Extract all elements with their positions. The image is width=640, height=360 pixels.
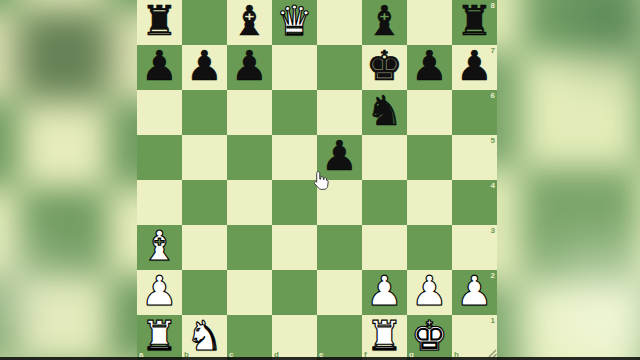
square-d4[interactable] bbox=[272, 180, 317, 225]
square-f3[interactable] bbox=[362, 225, 407, 270]
piece-black-pawn[interactable]: ♟ bbox=[321, 136, 358, 177]
piece-white-pawn[interactable]: ♟ bbox=[456, 271, 493, 312]
square-b2[interactable] bbox=[182, 270, 227, 315]
piece-black-pawn[interactable]: ♟ bbox=[231, 46, 268, 87]
square-h3[interactable]: 3 bbox=[452, 225, 497, 270]
piece-black-knight[interactable]: ♞ bbox=[366, 91, 403, 132]
piece-black-rook[interactable]: ♜ bbox=[456, 1, 493, 42]
piece-black-pawn[interactable]: ♟ bbox=[141, 46, 178, 87]
square-g7[interactable]: ♟ bbox=[407, 45, 452, 90]
square-a2[interactable]: ♟ bbox=[137, 270, 182, 315]
rank-label-5: 5 bbox=[491, 137, 495, 145]
square-b7[interactable]: ♟ bbox=[182, 45, 227, 90]
square-e2[interactable] bbox=[317, 270, 362, 315]
square-b6[interactable] bbox=[182, 90, 227, 135]
square-f2[interactable]: ♟ bbox=[362, 270, 407, 315]
square-e3[interactable] bbox=[317, 225, 362, 270]
square-h8[interactable]: 8♜ bbox=[452, 0, 497, 45]
piece-black-king[interactable]: ♚ bbox=[366, 46, 403, 87]
square-f1[interactable]: f♜ bbox=[362, 315, 407, 360]
piece-white-rook[interactable]: ♜ bbox=[366, 316, 403, 357]
square-c6[interactable] bbox=[227, 90, 272, 135]
square-d3[interactable] bbox=[272, 225, 317, 270]
square-a4[interactable] bbox=[137, 180, 182, 225]
rank-label-6: 6 bbox=[491, 92, 495, 100]
square-a3[interactable]: ♝ bbox=[137, 225, 182, 270]
square-a7[interactable]: ♟ bbox=[137, 45, 182, 90]
square-g3[interactable] bbox=[407, 225, 452, 270]
piece-black-rook[interactable]: ♜ bbox=[141, 1, 178, 42]
square-g2[interactable]: ♟ bbox=[407, 270, 452, 315]
square-h4[interactable]: 4 bbox=[452, 180, 497, 225]
square-f5[interactable] bbox=[362, 135, 407, 180]
piece-black-bishop[interactable]: ♝ bbox=[366, 1, 403, 42]
square-e7[interactable] bbox=[317, 45, 362, 90]
piece-white-pawn[interactable]: ♟ bbox=[366, 271, 403, 312]
square-d5[interactable] bbox=[272, 135, 317, 180]
square-g8[interactable] bbox=[407, 0, 452, 45]
square-b1[interactable]: b♞ bbox=[182, 315, 227, 360]
square-h2[interactable]: 2♟ bbox=[452, 270, 497, 315]
square-c7[interactable]: ♟ bbox=[227, 45, 272, 90]
square-g1[interactable]: g♚ bbox=[407, 315, 452, 360]
square-d2[interactable] bbox=[272, 270, 317, 315]
piece-white-rook[interactable]: ♜ bbox=[141, 316, 178, 357]
square-h5[interactable]: 5 bbox=[452, 135, 497, 180]
square-b8[interactable] bbox=[182, 0, 227, 45]
square-c8[interactable]: ♝ bbox=[227, 0, 272, 45]
square-d8[interactable]: ♛ bbox=[272, 0, 317, 45]
square-g4[interactable] bbox=[407, 180, 452, 225]
chess-board: ♜♝♛♝8♜♟♟♟♚♟7♟♞6♟54♝3♟♟♟2♟a♜b♞cdef♜g♚1h bbox=[137, 0, 497, 360]
square-h7[interactable]: 7♟ bbox=[452, 45, 497, 90]
square-a6[interactable] bbox=[137, 90, 182, 135]
square-a1[interactable]: a♜ bbox=[137, 315, 182, 360]
square-c4[interactable] bbox=[227, 180, 272, 225]
square-b5[interactable] bbox=[182, 135, 227, 180]
square-c3[interactable] bbox=[227, 225, 272, 270]
square-e6[interactable] bbox=[317, 90, 362, 135]
piece-black-pawn[interactable]: ♟ bbox=[186, 46, 223, 87]
square-e8[interactable] bbox=[317, 0, 362, 45]
piece-white-pawn[interactable]: ♟ bbox=[141, 271, 178, 312]
piece-black-pawn[interactable]: ♟ bbox=[456, 46, 493, 87]
square-a8[interactable]: ♜ bbox=[137, 0, 182, 45]
square-c5[interactable] bbox=[227, 135, 272, 180]
rank-label-3: 3 bbox=[491, 227, 495, 235]
square-d6[interactable] bbox=[272, 90, 317, 135]
piece-black-bishop[interactable]: ♝ bbox=[231, 1, 268, 42]
square-e5[interactable]: ♟ bbox=[317, 135, 362, 180]
square-d7[interactable] bbox=[272, 45, 317, 90]
square-f6[interactable]: ♞ bbox=[362, 90, 407, 135]
square-c2[interactable] bbox=[227, 270, 272, 315]
square-a5[interactable] bbox=[137, 135, 182, 180]
square-g5[interactable] bbox=[407, 135, 452, 180]
square-e1[interactable]: e bbox=[317, 315, 362, 360]
square-b3[interactable] bbox=[182, 225, 227, 270]
square-f7[interactable]: ♚ bbox=[362, 45, 407, 90]
rank-label-4: 4 bbox=[491, 182, 495, 190]
piece-white-king[interactable]: ♚ bbox=[411, 316, 448, 357]
piece-white-bishop[interactable]: ♝ bbox=[141, 226, 178, 267]
square-e4[interactable] bbox=[317, 180, 362, 225]
piece-white-queen[interactable]: ♛ bbox=[276, 1, 313, 42]
square-b4[interactable] bbox=[182, 180, 227, 225]
piece-white-pawn[interactable]: ♟ bbox=[411, 271, 448, 312]
square-g6[interactable] bbox=[407, 90, 452, 135]
piece-white-knight[interactable]: ♞ bbox=[186, 316, 223, 357]
rank-label-1: 1 bbox=[491, 317, 495, 325]
square-d1[interactable]: d bbox=[272, 315, 317, 360]
square-f4[interactable] bbox=[362, 180, 407, 225]
square-c1[interactable]: c bbox=[227, 315, 272, 360]
square-f8[interactable]: ♝ bbox=[362, 0, 407, 45]
piece-black-pawn[interactable]: ♟ bbox=[411, 46, 448, 87]
square-h6[interactable]: 6 bbox=[452, 90, 497, 135]
